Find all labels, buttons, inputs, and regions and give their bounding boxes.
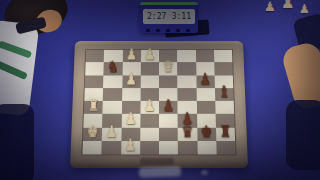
captured-piece-icon: ♟: [281, 0, 294, 10]
board-grid: ♟♟♞♛♟♟♝♜♟♟♟♟♚♟♛♚♜♟: [82, 50, 235, 155]
square-g7: ♚: [197, 127, 216, 140]
square-a8: [214, 50, 233, 63]
square-a7: [195, 50, 214, 63]
square-c8: [214, 75, 233, 88]
square-e2: [103, 101, 122, 114]
left-player-shadow: [0, 104, 34, 180]
square-h8: [216, 141, 235, 155]
square-h1: [82, 141, 101, 155]
chess-board: ♟♟♞♛♟♟♝♜♟♟♟♟♚♟♛♚♜♟: [70, 41, 248, 168]
square-d8: ♝: [215, 88, 234, 101]
square-g2: ♟: [102, 127, 121, 140]
chess-clock: 2:27 3:11: [140, 2, 198, 33]
square-d5: [159, 88, 178, 101]
table-mark: [201, 170, 208, 175]
square-g5: [159, 127, 178, 140]
square-c7: ♟: [196, 75, 215, 88]
square-c2: [103, 75, 122, 88]
square-h2: [102, 141, 121, 155]
square-e8: [215, 101, 234, 114]
square-f7: [197, 114, 216, 127]
square-f5: [159, 114, 178, 127]
square-g6: ♛: [178, 127, 197, 140]
square-h4: [140, 141, 159, 155]
square-b3: [122, 62, 141, 75]
square-d1: [84, 88, 103, 101]
square-d7: [196, 88, 215, 101]
square-a3: ♟: [122, 50, 140, 63]
square-b8: [214, 62, 233, 75]
board-frame: ♟♟♞♛♟♟♝♜♟♟♟♟♚♟♛♚♜♟: [70, 41, 248, 168]
broadcast-frame: 2:27 3:11 ♟ ♟ ♟ ♟ ♟♟♞♛♟♟♝♜♟♟♟♟♚♟♛♚♜♟: [0, 0, 320, 180]
square-h5: [159, 141, 178, 155]
square-h3: ♟: [121, 141, 140, 155]
square-e3: [121, 101, 140, 114]
square-b2: ♞: [104, 62, 123, 75]
square-b7: [196, 62, 215, 75]
square-g3: [121, 127, 140, 140]
clock-right-time: 3:11: [172, 12, 191, 21]
square-d2: [103, 88, 122, 101]
square-g4: [140, 127, 159, 140]
square-a4: ♟: [141, 50, 159, 63]
square-f6: ♟: [178, 114, 197, 127]
square-a5: [159, 50, 177, 63]
square-f3: ♟: [121, 114, 140, 127]
square-c4: [140, 75, 159, 88]
square-c1: [85, 75, 104, 88]
right-player-body: [286, 100, 320, 170]
square-b4: [141, 62, 159, 75]
square-d6: [178, 88, 197, 101]
square-c6: [177, 75, 196, 88]
clock-display: 2:27 3:11: [143, 9, 195, 24]
captured-pawn-icon: ♟: [264, 0, 276, 13]
square-h6: [178, 141, 197, 155]
square-e7: [196, 101, 215, 114]
square-e5: ♟: [159, 101, 178, 114]
square-h7: [197, 141, 216, 155]
square-f4: [140, 114, 159, 127]
square-e4: ♟: [140, 101, 159, 114]
square-a2: [104, 50, 123, 63]
square-b1: [85, 62, 104, 75]
square-e1: ♜: [84, 101, 103, 114]
square-b6: [177, 62, 196, 75]
square-d4: [140, 88, 159, 101]
square-c3: ♟: [122, 75, 141, 88]
square-g8: ♜: [216, 127, 235, 140]
square-b5: ♛: [159, 62, 177, 75]
square-c5: [159, 75, 178, 88]
clock-buttons: [146, 28, 192, 32]
square-a1: [86, 50, 105, 63]
white-pawn-a3: ♟: [126, 46, 137, 61]
square-e6: [178, 101, 197, 114]
table-logo-blur: [139, 166, 181, 177]
square-f8: [215, 114, 234, 127]
square-d3: [122, 88, 141, 101]
captured-pawn-icon: ♟: [299, 3, 310, 16]
clock-left-time: 2:27: [147, 12, 166, 21]
board-logo-plate: [140, 158, 174, 165]
square-f2: [102, 114, 121, 127]
square-g1: ♚: [83, 127, 102, 140]
square-f1: [83, 114, 102, 127]
white-pawn-a4: ♟: [144, 46, 155, 61]
square-a6: [177, 50, 195, 63]
